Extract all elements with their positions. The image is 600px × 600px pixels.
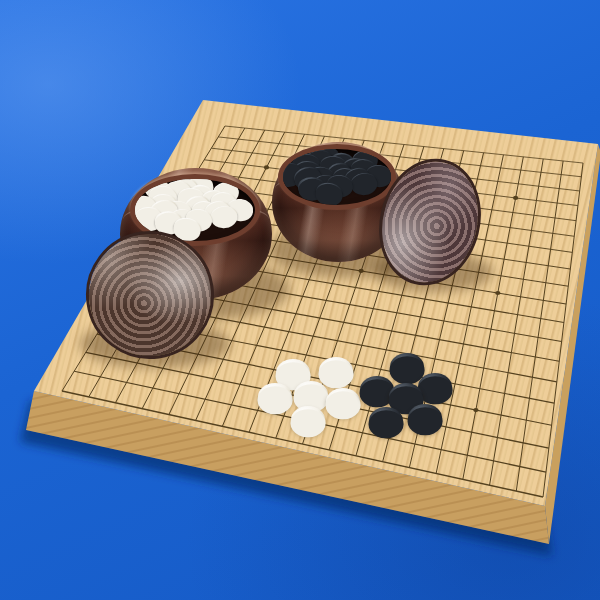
go-set-photo: ●●●●●●●●●●●●●●●●●●●●●● ●●●●●●●●●●●●●●●●●… bbox=[0, 0, 600, 600]
star-point bbox=[322, 378, 327, 382]
star-point bbox=[495, 291, 500, 295]
star-point bbox=[473, 408, 478, 412]
go-board bbox=[0, 0, 600, 600]
star-point bbox=[170, 347, 175, 351]
star-point bbox=[359, 269, 364, 273]
star-point bbox=[222, 247, 227, 251]
star-point bbox=[513, 196, 518, 200]
star-point bbox=[264, 165, 269, 169]
star-point bbox=[388, 181, 393, 185]
